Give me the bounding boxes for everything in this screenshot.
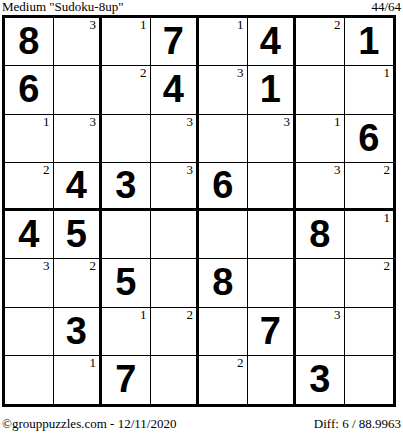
cell-r4c3[interactable]: 3 — [102, 163, 151, 211]
cell-value: 4 — [151, 66, 197, 113]
cell-r6c4[interactable] — [151, 259, 200, 307]
cell-r7c4[interactable]: 2 — [151, 308, 200, 356]
cell-value: 7 — [102, 356, 150, 404]
cell-r7c8[interactable] — [345, 308, 394, 356]
cell-r5c1[interactable]: 4 — [5, 211, 54, 259]
cell-r4c7[interactable]: 3 — [296, 163, 345, 211]
cell-r7c3[interactable]: 1 — [102, 308, 151, 356]
cell-r5c5[interactable] — [199, 211, 248, 259]
cell-r7c6[interactable]: 7 — [248, 308, 297, 356]
cell-r2c3[interactable]: 2 — [102, 66, 151, 114]
cell-value: 1 — [345, 18, 394, 65]
pencil-mark: 3 — [90, 18, 97, 32]
pencil-mark: 1 — [140, 308, 147, 322]
cell-r3c5[interactable] — [199, 115, 248, 163]
cell-r5c3[interactable] — [102, 211, 151, 259]
cell-r7c1[interactable] — [5, 308, 54, 356]
cell-r7c2[interactable]: 3 — [54, 308, 103, 356]
copyright-text: ©grouppuzzles.com - 12/11/2020 — [2, 416, 176, 431]
pencil-mark: 2 — [237, 356, 244, 370]
header: Medium "Sudoku-8up" 44/64 — [2, 0, 401, 14]
cell-value: 5 — [102, 259, 150, 306]
cell-value: 3 — [296, 356, 344, 404]
cell-value: 3 — [54, 308, 100, 355]
cell-r7c7[interactable]: 3 — [296, 308, 345, 356]
pencil-mark: 1 — [384, 66, 391, 80]
cell-value: 7 — [151, 18, 197, 65]
pencil-mark: 2 — [140, 66, 147, 80]
pencil-mark: 2 — [334, 18, 341, 32]
cell-value: 5 — [54, 211, 100, 258]
cell-r3c2[interactable]: 3 — [54, 115, 103, 163]
cell-r4c6[interactable] — [248, 163, 297, 211]
pencil-mark: 2 — [384, 259, 391, 273]
cell-r8c7[interactable]: 3 — [296, 356, 345, 404]
cell-r8c8[interactable] — [345, 356, 394, 404]
pencil-mark: 3 — [334, 308, 341, 322]
cell-value: 6 — [199, 163, 247, 208]
cell-r1c2[interactable]: 3 — [54, 18, 103, 66]
cell-r3c4[interactable]: 3 — [151, 115, 200, 163]
pencil-mark: 3 — [334, 163, 341, 177]
cell-r3c6[interactable]: 3 — [248, 115, 297, 163]
cell-r6c3[interactable]: 5 — [102, 259, 151, 307]
cell-r4c2[interactable]: 4 — [54, 163, 103, 211]
cell-r4c4[interactable]: 3 — [151, 163, 200, 211]
cell-r3c3[interactable] — [102, 115, 151, 163]
pencil-mark: 3 — [187, 163, 194, 177]
cell-value: 6 — [345, 115, 394, 162]
cell-r1c5[interactable]: 1 — [199, 18, 248, 66]
pencil-mark: 3 — [90, 115, 97, 129]
cell-r7c5[interactable] — [199, 308, 248, 356]
cell-r2c8[interactable]: 1 — [345, 66, 394, 114]
pencil-mark: 2 — [90, 259, 97, 273]
cell-value: 6 — [5, 66, 53, 113]
pencil-mark: 3 — [187, 115, 194, 129]
pencil-mark: 1 — [90, 356, 97, 370]
cell-r2c4[interactable]: 4 — [151, 66, 200, 114]
pencil-mark: 1 — [384, 211, 391, 225]
cell-r1c1[interactable]: 8 — [5, 18, 54, 66]
pencil-mark: 1 — [334, 115, 341, 129]
cell-r5c7[interactable]: 8 — [296, 211, 345, 259]
sudoku-grid: 8317142162431113331624336324581325823127… — [2, 15, 396, 407]
cell-r3c8[interactable]: 6 — [345, 115, 394, 163]
cell-r8c6[interactable] — [248, 356, 297, 404]
cell-r2c6[interactable]: 1 — [248, 66, 297, 114]
cell-r2c5[interactable]: 3 — [199, 66, 248, 114]
cell-r8c3[interactable]: 7 — [102, 356, 151, 404]
pencil-mark: 3 — [284, 115, 291, 129]
cell-r2c2[interactable] — [54, 66, 103, 114]
pencil-mark: 1 — [237, 18, 244, 32]
cell-r6c5[interactable]: 8 — [199, 259, 248, 307]
cell-r4c5[interactable]: 6 — [199, 163, 248, 211]
cell-r4c1[interactable]: 2 — [5, 163, 54, 211]
cell-r6c1[interactable]: 3 — [5, 259, 54, 307]
cell-r2c1[interactable]: 6 — [5, 66, 54, 114]
pencil-mark: 1 — [140, 18, 147, 32]
cell-value: 4 — [5, 211, 53, 258]
pencil-mark: 1 — [43, 115, 50, 129]
difficulty-text: Diff: 6 / 88.9963 — [314, 416, 401, 431]
cell-r6c6[interactable] — [248, 259, 297, 307]
cell-r2c7[interactable] — [296, 66, 345, 114]
cell-r1c8[interactable]: 1 — [345, 18, 394, 66]
cell-r8c1[interactable] — [5, 356, 54, 404]
cell-r1c7[interactable]: 2 — [296, 18, 345, 66]
cell-r8c2[interactable]: 1 — [54, 356, 103, 404]
pencil-mark: 2 — [187, 308, 194, 322]
cell-r3c1[interactable]: 1 — [5, 115, 54, 163]
cell-value: 4 — [54, 163, 100, 208]
puzzle-page: Medium "Sudoku-8up" 44/64 83171421624311… — [0, 0, 403, 437]
cell-value: 1 — [248, 66, 294, 113]
pencil-mark: 2 — [384, 163, 391, 177]
cell-r3c7[interactable]: 1 — [296, 115, 345, 163]
cell-value: 8 — [5, 18, 53, 65]
cell-value: 3 — [102, 163, 150, 208]
pencil-mark: 3 — [237, 66, 244, 80]
cell-value: 4 — [248, 18, 294, 65]
pencil-mark: 2 — [43, 163, 50, 177]
footer: ©grouppuzzles.com - 12/11/2020 Diff: 6 /… — [2, 416, 401, 431]
cell-r6c8[interactable]: 2 — [345, 259, 394, 307]
cell-r5c4[interactable] — [151, 211, 200, 259]
cell-r5c2[interactable]: 5 — [54, 211, 103, 259]
cell-r8c5[interactable]: 2 — [199, 356, 248, 404]
cell-r1c3[interactable]: 1 — [102, 18, 151, 66]
cell-r5c6[interactable] — [248, 211, 297, 259]
cell-value: 8 — [296, 211, 344, 258]
puzzle-title: Medium "Sudoku-8up" — [2, 0, 123, 14]
cell-r1c4[interactable]: 7 — [151, 18, 200, 66]
cell-r5c8[interactable]: 1 — [345, 211, 394, 259]
pencil-mark: 3 — [43, 259, 50, 273]
cell-r8c4[interactable] — [151, 356, 200, 404]
cell-r6c7[interactable] — [296, 259, 345, 307]
cell-r1c6[interactable]: 4 — [248, 18, 297, 66]
cell-r4c8[interactable]: 2 — [345, 163, 394, 211]
cell-r6c2[interactable]: 2 — [54, 259, 103, 307]
cell-value: 7 — [248, 308, 294, 355]
empty-cell-counter: 44/64 — [371, 0, 401, 14]
cell-value: 8 — [199, 259, 247, 306]
